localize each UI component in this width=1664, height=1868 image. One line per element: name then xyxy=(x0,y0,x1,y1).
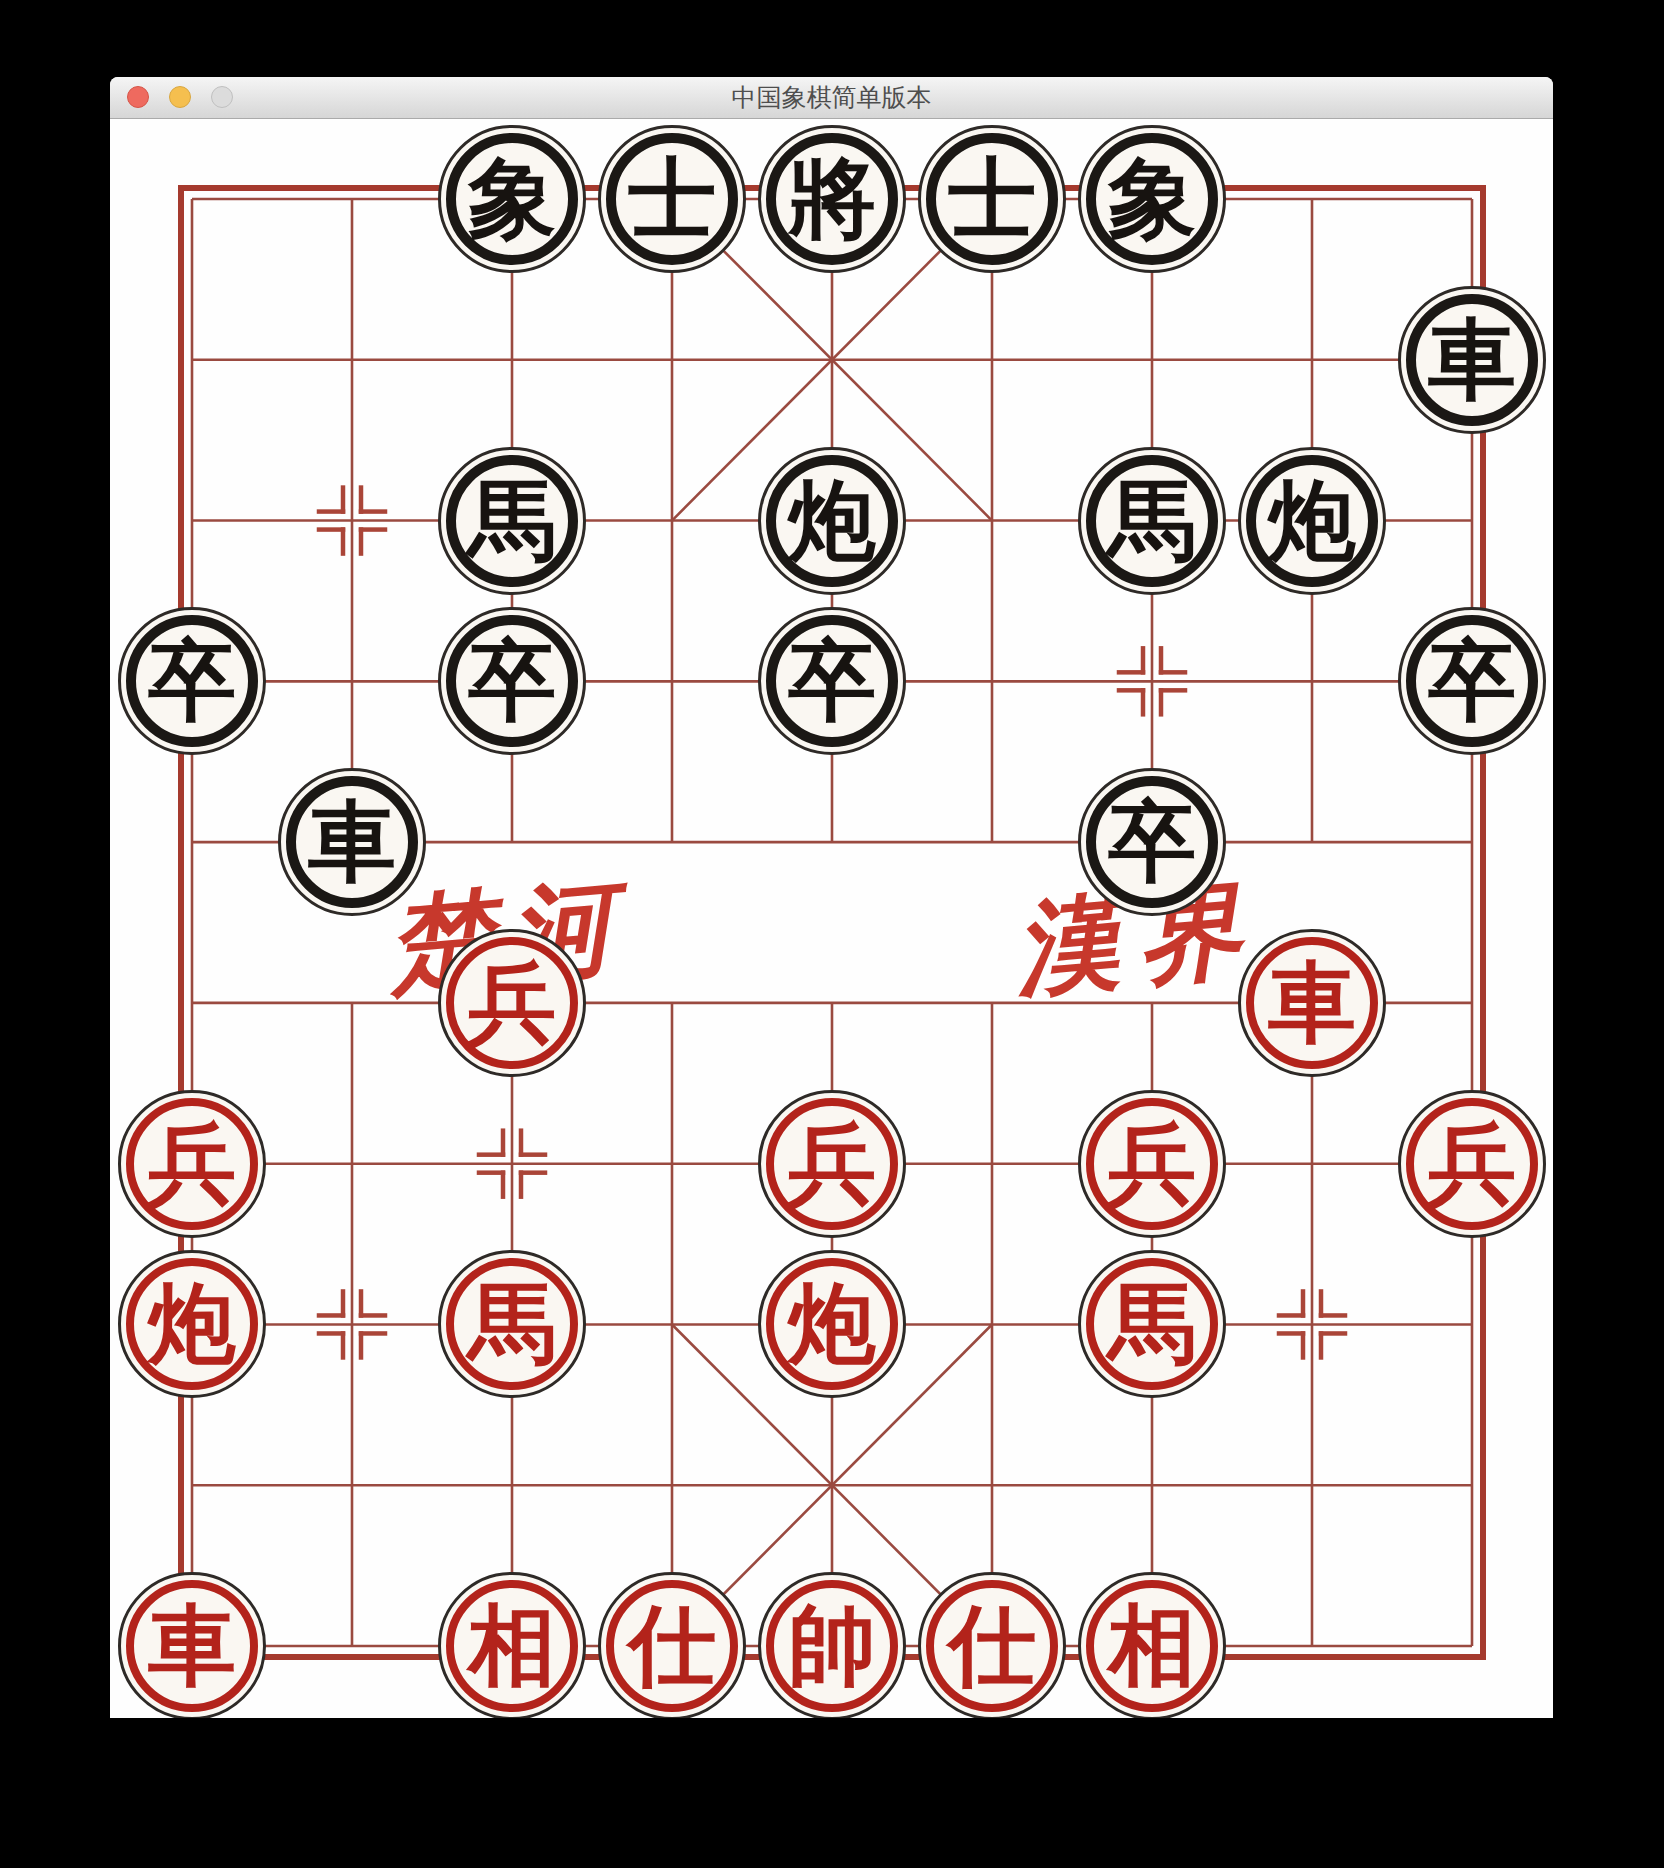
piece-black-車[interactable]: 車 xyxy=(278,768,426,916)
piece-character: 兵 xyxy=(1108,1120,1196,1208)
piece-red-兵[interactable]: 兵 xyxy=(118,1090,266,1238)
piece-character: 仕 xyxy=(948,1602,1036,1690)
piece-red-兵[interactable]: 兵 xyxy=(1078,1090,1226,1238)
piece-black-象[interactable]: 象 xyxy=(438,125,586,273)
piece-black-車[interactable]: 車 xyxy=(1398,286,1546,434)
piece-character: 帥 xyxy=(788,1602,876,1690)
piece-character: 車 xyxy=(1428,316,1516,404)
piece-character: 卒 xyxy=(468,637,556,725)
piece-character: 馬 xyxy=(468,1280,556,1368)
piece-red-兵[interactable]: 兵 xyxy=(1398,1090,1546,1238)
piece-character: 車 xyxy=(1268,959,1356,1047)
piece-black-炮[interactable]: 炮 xyxy=(1238,447,1386,595)
piece-character: 士 xyxy=(628,155,716,243)
piece-black-士[interactable]: 士 xyxy=(918,125,1066,273)
piece-character: 象 xyxy=(1108,155,1196,243)
piece-character: 炮 xyxy=(1268,477,1356,565)
piece-black-卒[interactable]: 卒 xyxy=(438,607,586,755)
piece-character: 炮 xyxy=(788,1280,876,1368)
window-title: 中国象棋简单版本 xyxy=(110,77,1553,118)
piece-red-馬[interactable]: 馬 xyxy=(1078,1250,1226,1398)
piece-red-炮[interactable]: 炮 xyxy=(758,1250,906,1398)
piece-black-象[interactable]: 象 xyxy=(1078,125,1226,273)
piece-red-馬[interactable]: 馬 xyxy=(438,1250,586,1398)
piece-red-炮[interactable]: 炮 xyxy=(118,1250,266,1398)
xiangqi-board[interactable] xyxy=(110,119,1553,1718)
piece-black-士[interactable]: 士 xyxy=(598,125,746,273)
piece-red-帥[interactable]: 帥 xyxy=(758,1572,906,1718)
piece-character: 炮 xyxy=(148,1280,236,1368)
piece-black-馬[interactable]: 馬 xyxy=(438,447,586,595)
piece-character: 馬 xyxy=(1108,1280,1196,1368)
piece-black-卒[interactable]: 卒 xyxy=(118,607,266,755)
piece-red-相[interactable]: 相 xyxy=(1078,1572,1226,1718)
piece-character: 兵 xyxy=(148,1120,236,1208)
screen: 中国象棋简单版本 楚河 漢界 象士將士象車馬炮馬炮卒卒卒卒車卒兵車兵兵兵兵炮馬炮… xyxy=(0,0,1664,1868)
piece-character: 將 xyxy=(788,155,876,243)
app-window: 中国象棋简单版本 楚河 漢界 象士將士象車馬炮馬炮卒卒卒卒車卒兵車兵兵兵兵炮馬炮… xyxy=(110,77,1553,1718)
piece-character: 兵 xyxy=(788,1120,876,1208)
piece-character: 象 xyxy=(468,155,556,243)
piece-character: 卒 xyxy=(1428,637,1516,725)
piece-black-炮[interactable]: 炮 xyxy=(758,447,906,595)
piece-character: 士 xyxy=(948,155,1036,243)
piece-black-將[interactable]: 將 xyxy=(758,125,906,273)
piece-red-兵[interactable]: 兵 xyxy=(438,929,586,1077)
piece-black-卒[interactable]: 卒 xyxy=(1398,607,1546,755)
piece-character: 車 xyxy=(148,1602,236,1690)
piece-character: 卒 xyxy=(788,637,876,725)
board-area: 楚河 漢界 象士將士象車馬炮馬炮卒卒卒卒車卒兵車兵兵兵兵炮馬炮馬車相仕帥仕相 xyxy=(110,119,1553,1718)
piece-red-車[interactable]: 車 xyxy=(1238,929,1386,1077)
piece-character: 相 xyxy=(468,1602,556,1690)
piece-red-車[interactable]: 車 xyxy=(118,1572,266,1718)
piece-character: 馬 xyxy=(1108,477,1196,565)
piece-character: 兵 xyxy=(1428,1120,1516,1208)
piece-red-兵[interactable]: 兵 xyxy=(758,1090,906,1238)
piece-character: 炮 xyxy=(788,477,876,565)
piece-red-仕[interactable]: 仕 xyxy=(918,1572,1066,1718)
piece-character: 仕 xyxy=(628,1602,716,1690)
piece-red-仕[interactable]: 仕 xyxy=(598,1572,746,1718)
board-grid xyxy=(192,199,1472,1646)
piece-character: 車 xyxy=(308,798,396,886)
piece-black-卒[interactable]: 卒 xyxy=(1078,768,1226,916)
piece-character: 卒 xyxy=(1108,798,1196,886)
title-bar[interactable]: 中国象棋简单版本 xyxy=(110,77,1553,119)
piece-black-卒[interactable]: 卒 xyxy=(758,607,906,755)
piece-black-馬[interactable]: 馬 xyxy=(1078,447,1226,595)
piece-character: 馬 xyxy=(468,477,556,565)
piece-character: 相 xyxy=(1108,1602,1196,1690)
piece-character: 卒 xyxy=(148,637,236,725)
piece-red-相[interactable]: 相 xyxy=(438,1572,586,1718)
piece-character: 兵 xyxy=(468,959,556,1047)
